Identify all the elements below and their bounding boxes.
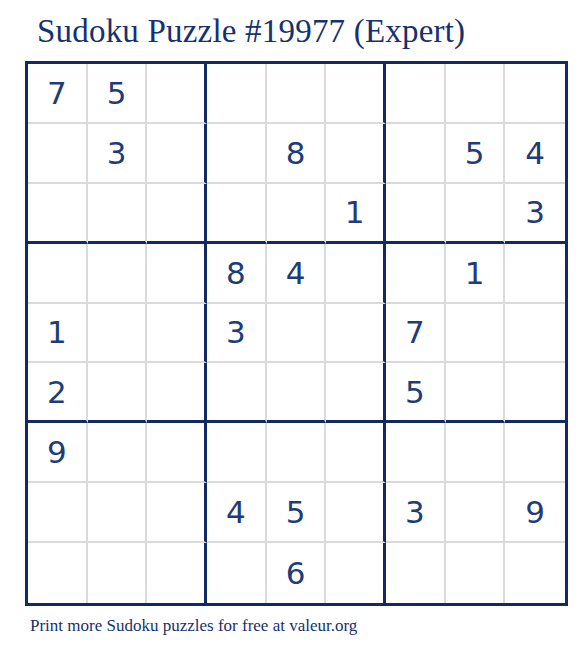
page-title: Sudoku Puzzle #19977 (Expert) bbox=[37, 13, 465, 50]
cell-r8c7[interactable]: 3 bbox=[386, 483, 446, 543]
cell-r2c7[interactable] bbox=[386, 124, 446, 184]
footer-text: Print more Sudoku puzzles for free at va… bbox=[30, 616, 357, 636]
cell-r3c8[interactable] bbox=[446, 184, 506, 244]
cell-r5c8[interactable] bbox=[446, 304, 506, 364]
cell-r9c1[interactable] bbox=[28, 543, 88, 603]
cell-r4c3[interactable] bbox=[147, 244, 207, 304]
cell-r9c8[interactable] bbox=[446, 543, 506, 603]
cell-r9c9[interactable] bbox=[505, 543, 565, 603]
cell-r5c9[interactable] bbox=[505, 304, 565, 364]
cell-r4c5[interactable]: 4 bbox=[267, 244, 327, 304]
cell-r2c6[interactable] bbox=[326, 124, 386, 184]
cell-r8c6[interactable] bbox=[326, 483, 386, 543]
cell-r3c6[interactable]: 1 bbox=[326, 184, 386, 244]
cell-r6c5[interactable] bbox=[267, 363, 327, 423]
cell-r5c1[interactable]: 1 bbox=[28, 304, 88, 364]
cell-r1c5[interactable] bbox=[267, 64, 327, 124]
cell-r2c2[interactable]: 3 bbox=[88, 124, 148, 184]
cell-r5c4[interactable]: 3 bbox=[207, 304, 267, 364]
cell-r4c9[interactable] bbox=[505, 244, 565, 304]
cell-r6c7[interactable]: 5 bbox=[386, 363, 446, 423]
cell-r5c6[interactable] bbox=[326, 304, 386, 364]
cell-r1c8[interactable] bbox=[446, 64, 506, 124]
cell-r1c9[interactable] bbox=[505, 64, 565, 124]
cell-r4c8[interactable]: 1 bbox=[446, 244, 506, 304]
cell-r6c2[interactable] bbox=[88, 363, 148, 423]
cell-r9c2[interactable] bbox=[88, 543, 148, 603]
cell-r6c6[interactable] bbox=[326, 363, 386, 423]
cell-r3c2[interactable] bbox=[88, 184, 148, 244]
cell-r2c5[interactable]: 8 bbox=[267, 124, 327, 184]
cell-r2c4[interactable] bbox=[207, 124, 267, 184]
cell-r6c3[interactable] bbox=[147, 363, 207, 423]
cell-r5c7[interactable]: 7 bbox=[386, 304, 446, 364]
cell-r1c4[interactable] bbox=[207, 64, 267, 124]
cell-r7c1[interactable]: 9 bbox=[28, 423, 88, 483]
cell-r4c1[interactable] bbox=[28, 244, 88, 304]
cell-r1c3[interactable] bbox=[147, 64, 207, 124]
cell-r7c5[interactable] bbox=[267, 423, 327, 483]
cell-r7c2[interactable] bbox=[88, 423, 148, 483]
cell-r8c9[interactable]: 9 bbox=[505, 483, 565, 543]
cell-r5c2[interactable] bbox=[88, 304, 148, 364]
cell-r3c5[interactable] bbox=[267, 184, 327, 244]
cell-r2c9[interactable]: 4 bbox=[505, 124, 565, 184]
cell-r7c8[interactable] bbox=[446, 423, 506, 483]
cell-r1c1[interactable]: 7 bbox=[28, 64, 88, 124]
cell-r8c8[interactable] bbox=[446, 483, 506, 543]
cell-r7c9[interactable] bbox=[505, 423, 565, 483]
cell-r6c9[interactable] bbox=[505, 363, 565, 423]
cell-r8c2[interactable] bbox=[88, 483, 148, 543]
cell-r1c6[interactable] bbox=[326, 64, 386, 124]
cell-r8c3[interactable] bbox=[147, 483, 207, 543]
cell-r8c1[interactable] bbox=[28, 483, 88, 543]
cell-r7c6[interactable] bbox=[326, 423, 386, 483]
cell-r2c3[interactable] bbox=[147, 124, 207, 184]
cell-r9c4[interactable] bbox=[207, 543, 267, 603]
cell-r1c7[interactable] bbox=[386, 64, 446, 124]
cell-r8c5[interactable]: 5 bbox=[267, 483, 327, 543]
cell-r6c8[interactable] bbox=[446, 363, 506, 423]
cell-r9c5[interactable]: 6 bbox=[267, 543, 327, 603]
cell-r3c7[interactable] bbox=[386, 184, 446, 244]
cell-r3c3[interactable] bbox=[147, 184, 207, 244]
page: { "game": "sudoku", "title": "Sudoku Puz… bbox=[0, 0, 580, 651]
cell-r5c5[interactable] bbox=[267, 304, 327, 364]
cell-r9c7[interactable] bbox=[386, 543, 446, 603]
cell-r3c4[interactable] bbox=[207, 184, 267, 244]
cell-r7c7[interactable] bbox=[386, 423, 446, 483]
cell-r2c1[interactable] bbox=[28, 124, 88, 184]
cell-r3c1[interactable] bbox=[28, 184, 88, 244]
cell-r7c4[interactable] bbox=[207, 423, 267, 483]
cell-r5c3[interactable] bbox=[147, 304, 207, 364]
cell-r4c2[interactable] bbox=[88, 244, 148, 304]
cell-r6c1[interactable]: 2 bbox=[28, 363, 88, 423]
cell-r1c2[interactable]: 5 bbox=[88, 64, 148, 124]
cell-r4c7[interactable] bbox=[386, 244, 446, 304]
cell-r4c4[interactable]: 8 bbox=[207, 244, 267, 304]
cell-r8c4[interactable]: 4 bbox=[207, 483, 267, 543]
cell-r7c3[interactable] bbox=[147, 423, 207, 483]
cell-r6c4[interactable] bbox=[207, 363, 267, 423]
sudoku-board: 7538541384113725945396 bbox=[25, 61, 568, 606]
cell-r9c3[interactable] bbox=[147, 543, 207, 603]
cell-r2c8[interactable]: 5 bbox=[446, 124, 506, 184]
cell-r9c6[interactable] bbox=[326, 543, 386, 603]
cell-r4c6[interactable] bbox=[326, 244, 386, 304]
cell-r3c9[interactable]: 3 bbox=[505, 184, 565, 244]
